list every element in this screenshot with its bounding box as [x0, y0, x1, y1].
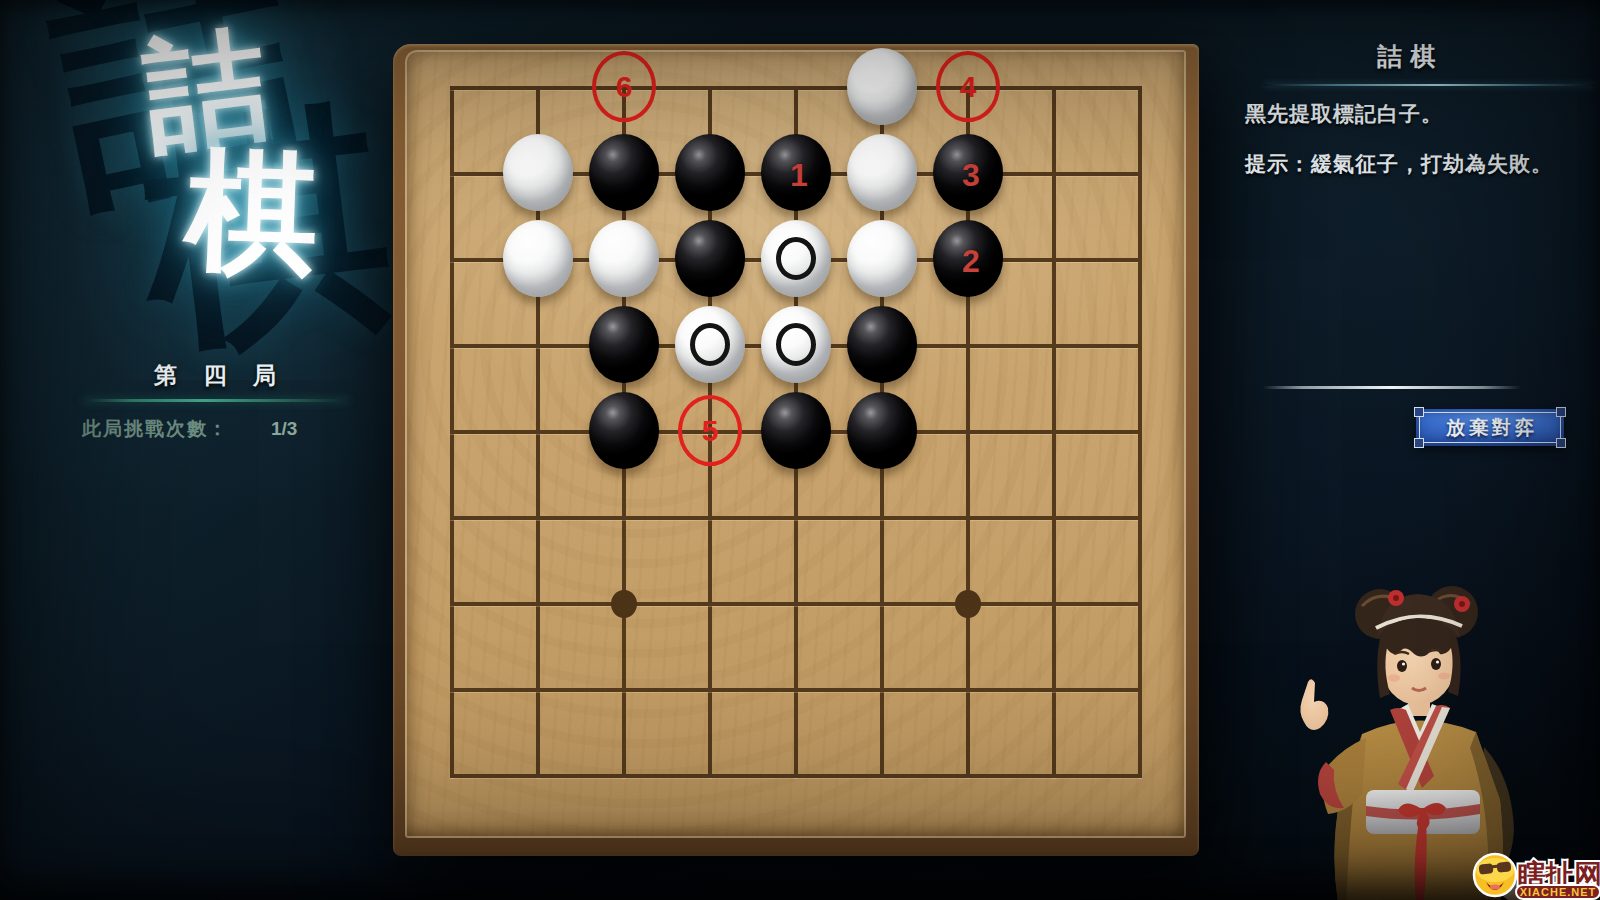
move-number-label: 1 [790, 157, 808, 194]
move-number-annotation: 4 [936, 51, 1000, 122]
white-stone[interactable] [847, 48, 917, 125]
objective-text: 黑先提取標記白子。 [1245, 100, 1443, 128]
move-number-label: 3 [962, 157, 980, 194]
grid-line-horizontal [450, 774, 1142, 778]
capture-target-mark [690, 323, 730, 366]
sunglasses-emoji-icon [1474, 854, 1516, 896]
black-stone[interactable] [589, 134, 659, 211]
grid-line-horizontal [450, 516, 1142, 520]
black-stone[interactable]: 2 [933, 220, 1003, 297]
site-watermark: 瞎扯网 XIACHE.NET [1472, 846, 1600, 900]
black-stone[interactable]: 3 [933, 134, 1003, 211]
white-stone[interactable] [847, 134, 917, 211]
grid-line-vertical [1138, 86, 1142, 778]
panel-title: 詰棋 [1212, 40, 1600, 73]
star-point [611, 590, 637, 618]
white-stone[interactable] [503, 220, 573, 297]
give-up-button[interactable]: 放棄對弈 [1416, 409, 1564, 446]
capture-target-mark [776, 323, 816, 366]
black-stone[interactable] [675, 134, 745, 211]
black-stone[interactable]: 1 [761, 134, 831, 211]
grid-line-vertical [1052, 86, 1056, 778]
white-stone[interactable] [761, 220, 831, 297]
star-point [955, 590, 981, 618]
puzzle-info-panel: 詰棋 黑先提取標記白子。 提示：緩氣征子，打劫為失敗。 [1212, 40, 1600, 73]
panel-button-divider [1263, 386, 1521, 389]
white-stone[interactable] [847, 220, 917, 297]
watermark-site-url: XIACHE.NET [1520, 886, 1597, 898]
give-up-button-label: 放棄對弈 [1442, 415, 1538, 441]
hint-text: 提示：緩氣征子，打劫為失敗。 [1245, 150, 1553, 178]
black-stone[interactable] [675, 220, 745, 297]
grid-line-horizontal [450, 688, 1142, 692]
black-stone[interactable] [847, 392, 917, 469]
white-stone[interactable] [589, 220, 659, 297]
move-number-annotation: 5 [678, 395, 742, 466]
black-stone[interactable] [761, 392, 831, 469]
move-number-label: 2 [962, 243, 980, 280]
grid-line-horizontal [450, 602, 1142, 606]
black-stone[interactable] [589, 306, 659, 383]
white-stone[interactable] [675, 306, 745, 383]
capture-target-mark [776, 237, 816, 280]
black-stone[interactable] [589, 392, 659, 469]
white-stone[interactable] [503, 134, 573, 211]
white-stone[interactable] [761, 306, 831, 383]
black-stone[interactable] [847, 306, 917, 383]
panel-title-divider [1264, 84, 1596, 86]
tsumego-game-screen: 詰 棋 詰 棋 第 四 局 此局挑戰次數： 1/3 132645 詰棋 黑先提取… [0, 0, 1600, 900]
move-number-annotation: 6 [592, 51, 656, 122]
